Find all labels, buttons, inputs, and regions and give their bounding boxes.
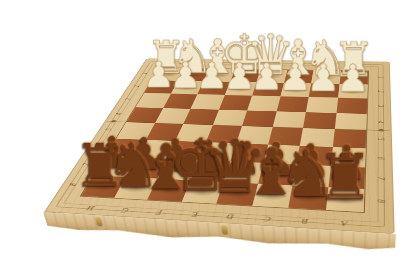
file-label-e: E (175, 204, 215, 219)
square-a3[interactable] (336, 98, 367, 114)
square-b4[interactable] (303, 112, 336, 129)
rank-label-2-right: 2 (366, 87, 396, 95)
square-d3[interactable] (247, 96, 280, 111)
hinge-pin-icon (379, 129, 383, 131)
brass-clasp-icon (221, 225, 228, 234)
square-b2[interactable]: ♟ (309, 83, 340, 98)
file-label-f: F (140, 202, 180, 216)
chess-board: ♜♞♝♚♛♝♞♜♟♟♟♟♟♟♟♟♟♟♟♟♟♟♟♟♜♞♝♚♛♝♞♜ HGFEDCB… (44, 59, 395, 235)
square-a2[interactable]: ♟ (338, 84, 368, 99)
board-top-surface: ♜♞♝♚♛♝♞♜♟♟♟♟♟♟♟♟♟♟♟♟♟♟♟♟♜♞♝♚♛♝♞♜ HGFEDCB… (44, 59, 395, 235)
piece-white-pawn-a2[interactable]: ♟ (336, 61, 370, 95)
rank-label-4-right: 4 (365, 117, 397, 127)
chess-set-photo: ♜♞♝♚♛♝♞♜♟♟♟♟♟♟♟♟♟♟♟♟♟♟♟♟♜♞♝♚♛♝♞♜ HGFEDCB… (0, 0, 420, 259)
square-a8[interactable]: ♜ (326, 187, 365, 212)
file-label-a: A (324, 213, 364, 229)
file-label-d: D (211, 206, 251, 221)
brass-clasp-icon (95, 217, 103, 225)
square-h4[interactable] (126, 107, 162, 123)
square-c4[interactable] (272, 111, 306, 128)
rank-labels-right: 12345678 (371, 71, 391, 213)
board-grid: ♜♞♝♚♛♝♞♜♟♟♟♟♟♟♟♟♟♟♟♟♟♟♟♟♜♞♝♚♛♝♞♜ (81, 68, 368, 212)
square-b3[interactable] (306, 97, 338, 113)
file-label-b: B (285, 211, 325, 226)
square-a4[interactable] (334, 113, 366, 130)
rank-label-3-right: 3 (366, 102, 397, 111)
square-c3[interactable] (276, 96, 308, 112)
piece-black-rook-a8[interactable]: ♜ (316, 149, 373, 206)
file-label-c: C (248, 208, 288, 223)
